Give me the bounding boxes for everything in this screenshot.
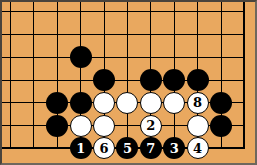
intersection-0-6 xyxy=(0,137,22,160)
intersection-8-1 xyxy=(186,23,209,46)
intersection-9-2 xyxy=(209,46,232,69)
intersection-8-0 xyxy=(186,0,209,23)
intersection-1-0 xyxy=(22,0,45,23)
intersection-7-0 xyxy=(163,0,186,23)
intersection-7-5 xyxy=(163,114,186,137)
intersection-0-4 xyxy=(0,91,22,114)
intersection-10-3 xyxy=(233,69,256,92)
intersection-7-1 xyxy=(163,23,186,46)
go-board-grid: 82165734 xyxy=(0,0,256,160)
intersection-7-3 xyxy=(163,69,186,92)
black-stone xyxy=(46,115,68,137)
intersection-1-4 xyxy=(22,91,45,114)
intersection-1-5 xyxy=(22,114,45,137)
intersection-2-6 xyxy=(46,137,69,160)
black-stone xyxy=(70,46,92,68)
intersection-5-5 xyxy=(116,114,139,137)
intersection-4-5 xyxy=(92,114,115,137)
intersection-9-0 xyxy=(209,0,232,23)
white-stone-move-4: 4 xyxy=(187,137,209,159)
intersection-0-1 xyxy=(0,23,22,46)
white-stone xyxy=(93,115,115,137)
white-stone-move-6: 6 xyxy=(93,137,115,159)
intersection-1-3 xyxy=(22,69,45,92)
intersection-8-2 xyxy=(186,46,209,69)
intersection-5-1 xyxy=(116,23,139,46)
intersection-2-1 xyxy=(46,23,69,46)
intersection-3-2 xyxy=(69,46,92,69)
black-stone xyxy=(93,69,115,91)
intersection-6-1 xyxy=(139,23,162,46)
go-board-diagram: 82165734 xyxy=(0,0,257,165)
intersection-0-3 xyxy=(0,69,22,92)
intersection-4-6: 6 xyxy=(92,137,115,160)
intersection-3-4 xyxy=(69,91,92,114)
intersection-7-6: 3 xyxy=(163,137,186,160)
intersection-6-0 xyxy=(139,0,162,23)
intersection-10-4 xyxy=(233,91,256,114)
intersection-10-5 xyxy=(233,114,256,137)
black-stone-move-5: 5 xyxy=(116,137,138,159)
black-stone xyxy=(70,92,92,114)
intersection-9-1 xyxy=(209,23,232,46)
intersection-4-1 xyxy=(92,23,115,46)
intersection-5-3 xyxy=(116,69,139,92)
white-stone xyxy=(187,115,209,137)
white-stone xyxy=(116,92,138,114)
intersection-2-5 xyxy=(46,114,69,137)
intersection-2-3 xyxy=(46,69,69,92)
intersection-10-0 xyxy=(233,0,256,23)
intersection-4-0 xyxy=(92,0,115,23)
white-stone xyxy=(70,115,92,137)
intersection-9-6 xyxy=(209,137,232,160)
intersection-4-3 xyxy=(92,69,115,92)
intersection-3-5 xyxy=(69,114,92,137)
intersection-3-0 xyxy=(69,0,92,23)
intersection-6-4 xyxy=(139,91,162,114)
black-stone xyxy=(210,115,232,137)
black-stone-move-1: 1 xyxy=(70,137,92,159)
intersection-10-1 xyxy=(233,23,256,46)
intersection-8-4: 8 xyxy=(186,91,209,114)
intersection-2-0 xyxy=(46,0,69,23)
intersection-10-6 xyxy=(233,137,256,160)
intersection-3-3 xyxy=(69,69,92,92)
black-stone xyxy=(46,92,68,114)
intersection-1-1 xyxy=(22,23,45,46)
intersection-2-4 xyxy=(46,91,69,114)
intersection-4-2 xyxy=(92,46,115,69)
intersection-10-2 xyxy=(233,46,256,69)
white-stone-move-2: 2 xyxy=(140,115,162,137)
intersection-4-4 xyxy=(92,91,115,114)
white-stone xyxy=(140,92,162,114)
intersection-0-5 xyxy=(0,114,22,137)
black-stone-move-3: 3 xyxy=(163,137,185,159)
intersection-0-2 xyxy=(0,46,22,69)
black-stone xyxy=(163,69,185,91)
intersection-9-3 xyxy=(209,69,232,92)
intersection-5-2 xyxy=(116,46,139,69)
intersection-2-2 xyxy=(46,46,69,69)
intersection-6-5: 2 xyxy=(139,114,162,137)
intersection-7-4 xyxy=(163,91,186,114)
intersection-9-4 xyxy=(209,91,232,114)
intersection-5-0 xyxy=(116,0,139,23)
black-stone xyxy=(140,69,162,91)
black-stone xyxy=(210,92,232,114)
intersection-5-4 xyxy=(116,91,139,114)
intersection-5-6: 5 xyxy=(116,137,139,160)
white-stone xyxy=(163,92,185,114)
black-stone xyxy=(187,69,209,91)
intersection-6-2 xyxy=(139,46,162,69)
intersection-8-5 xyxy=(186,114,209,137)
black-stone-move-7: 7 xyxy=(140,137,162,159)
intersection-1-6 xyxy=(22,137,45,160)
intersection-8-3 xyxy=(186,69,209,92)
intersection-7-2 xyxy=(163,46,186,69)
white-stone xyxy=(93,92,115,114)
intersection-3-6: 1 xyxy=(69,137,92,160)
intersection-1-2 xyxy=(22,46,45,69)
intersection-9-5 xyxy=(209,114,232,137)
white-stone-move-8: 8 xyxy=(187,92,209,114)
intersection-0-0 xyxy=(0,0,22,23)
intersection-3-1 xyxy=(69,23,92,46)
intersection-6-6: 7 xyxy=(139,137,162,160)
intersection-8-6: 4 xyxy=(186,137,209,160)
intersection-6-3 xyxy=(139,69,162,92)
